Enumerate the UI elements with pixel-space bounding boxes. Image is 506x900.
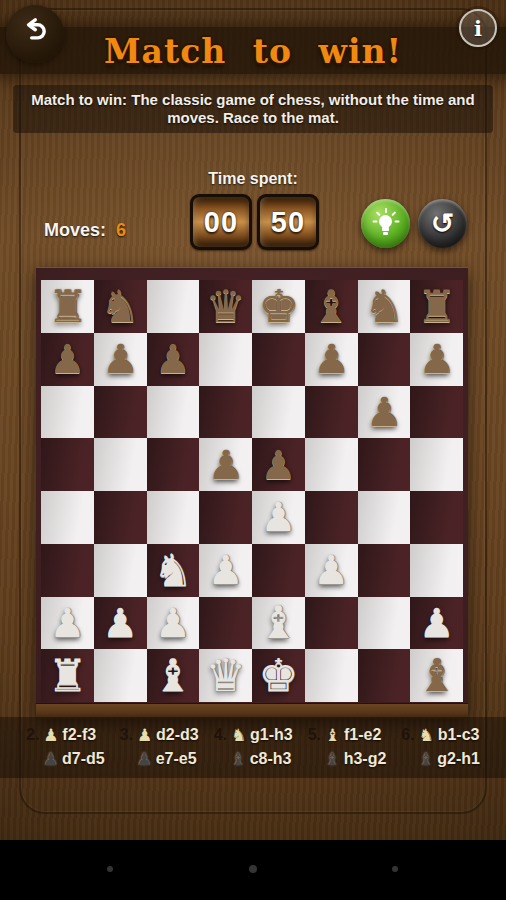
white-knight-icon: ♞ [417,727,436,744]
android-navbar [0,840,506,900]
black-pawn[interactable]: ♟ [155,339,191,379]
black-queen[interactable]: ♛ [205,284,245,329]
square-f5[interactable] [305,438,358,491]
white-queen[interactable]: ♛ [205,653,245,698]
square-f4[interactable] [305,491,358,544]
square-g3[interactable] [358,544,411,597]
board-grid: ♜♞♛♚♝♞♜♟♟♟♟♟♟♟♟♟♞♟♟♟♟♟♝♟♜♝♛♚♝ [41,280,463,702]
square-e5[interactable]: ♟ [252,438,305,491]
black-pawn[interactable]: ♟ [313,339,349,379]
square-e8[interactable]: ♚ [252,280,305,333]
white-move-text: b1-c3 [438,726,480,744]
square-h5[interactable] [410,438,463,491]
black-bishop-icon: ♝ [323,751,342,768]
nav-recents-dot[interactable] [392,866,398,872]
info-button[interactable]: i [459,9,497,47]
square-f3[interactable]: ♟ [305,544,358,597]
square-a8[interactable]: ♜ [41,280,94,333]
move-number: 4. [214,726,227,744]
white-pawn[interactable]: ♟ [208,550,244,590]
move-entry: 6.♞b1-c3♝g2-h1 [401,723,480,778]
info-icon: i [474,16,482,41]
time-seconds-value: 50 [271,206,305,239]
white-king[interactable]: ♚ [258,653,298,698]
square-f7[interactable]: ♟ [305,333,358,386]
black-rook[interactable]: ♜ [47,284,87,329]
move-entry: 3.♟d2-d3♟e7-e5 [120,723,199,778]
square-b4[interactable] [94,491,147,544]
black-move-text: e7-e5 [156,750,197,768]
square-h2[interactable]: ♟ [410,597,463,650]
white-pawn[interactable]: ♟ [260,497,296,537]
back-button[interactable] [6,5,64,63]
subtitle-band: Match to win: The classic game of chess,… [13,85,493,133]
square-e3[interactable] [252,544,305,597]
square-c8[interactable] [147,280,200,333]
square-e2[interactable]: ♝ [252,597,305,650]
square-g7[interactable] [358,333,411,386]
game-description: Match to win: The classic game of chess,… [16,91,490,128]
square-f6[interactable] [305,386,358,439]
white-rook[interactable]: ♜ [47,653,87,698]
black-move-text: c8-h3 [250,750,292,768]
black-move-text: h3-g2 [344,750,387,768]
square-c6[interactable] [147,386,200,439]
square-b6[interactable] [94,386,147,439]
square-a7[interactable]: ♟ [41,333,94,386]
square-c7[interactable]: ♟ [147,333,200,386]
move-entry: 2.♟f2-f3♟d7-d5 [26,723,105,778]
time-spent-label: Time spent: [0,170,506,188]
square-g2[interactable] [358,597,411,650]
square-c5[interactable] [147,438,200,491]
square-h6[interactable] [410,386,463,439]
square-c4[interactable] [147,491,200,544]
black-pawn[interactable]: ♟ [49,339,85,379]
white-pawn[interactable]: ♟ [419,603,455,643]
move-list: 2.♟f2-f3♟d7-d53.♟d2-d3♟e7-e54.♞g1-h3♝c8-… [0,717,506,778]
black-move-text: d7-d5 [62,750,105,768]
square-b8[interactable]: ♞ [94,280,147,333]
restart-button[interactable]: ↺ [418,199,467,248]
square-a5[interactable] [41,438,94,491]
black-knight[interactable]: ♞ [364,284,404,329]
black-rook[interactable]: ♜ [416,284,456,329]
square-b2[interactable]: ♟ [94,597,147,650]
black-pawn[interactable]: ♟ [102,339,138,379]
square-g5[interactable] [358,438,411,491]
white-bishop[interactable]: ♝ [258,600,298,645]
move-number: 5. [308,726,321,744]
square-a3[interactable] [41,544,94,597]
title-band: Match to win! [0,27,506,74]
square-e6[interactable] [252,386,305,439]
square-d3[interactable]: ♟ [199,544,252,597]
lightbulb-icon [373,210,399,237]
restart-icon: ↺ [431,207,454,240]
square-a4[interactable] [41,491,94,544]
square-h7[interactable]: ♟ [410,333,463,386]
white-pawn[interactable]: ♟ [102,603,138,643]
time-seconds-counter: 50 [257,194,319,250]
black-king[interactable]: ♚ [258,284,298,329]
square-e7[interactable] [252,333,305,386]
moves-label: Moves: [44,220,106,240]
time-minutes-counter: 00 [190,194,252,250]
nav-back-dot[interactable] [107,866,113,872]
square-f1[interactable] [305,649,358,702]
square-a2[interactable]: ♟ [41,597,94,650]
move-number: 6. [401,726,414,744]
square-e4[interactable]: ♟ [252,491,305,544]
black-bishop-icon: ♝ [416,751,435,768]
white-pawn[interactable]: ♟ [49,603,85,643]
white-knight[interactable]: ♞ [153,548,193,593]
black-pawn-icon: ♟ [41,751,60,768]
white-move-text: f1-e2 [344,726,381,744]
square-h1[interactable]: ♝ [410,649,463,702]
white-pawn-icon: ♟ [135,727,154,744]
black-bishop[interactable]: ♝ [311,284,351,329]
square-g1[interactable] [358,649,411,702]
square-c2[interactable]: ♟ [147,597,200,650]
move-number: 3. [120,726,133,744]
page-title: Match to win! [0,27,506,76]
chess-board: ♜♞♛♚♝♞♜♟♟♟♟♟♟♟♟♟♞♟♟♟♟♟♝♟♜♝♛♚♝ [36,267,468,719]
black-pawn[interactable]: ♟ [366,392,402,432]
square-g6[interactable]: ♟ [358,386,411,439]
black-knight[interactable]: ♞ [100,284,140,329]
black-pawn[interactable]: ♟ [419,339,455,379]
square-h4[interactable] [410,491,463,544]
square-g8[interactable]: ♞ [358,280,411,333]
square-c3[interactable]: ♞ [147,544,200,597]
square-h3[interactable] [410,544,463,597]
square-g4[interactable] [358,491,411,544]
white-move-text: d2-d3 [156,726,199,744]
square-b1[interactable] [94,649,147,702]
move-list-band: 2.♟f2-f3♟d7-d53.♟d2-d3♟e7-e54.♞g1-h3♝c8-… [0,717,506,778]
square-d2[interactable] [199,597,252,650]
square-a6[interactable] [41,386,94,439]
square-a1[interactable]: ♜ [41,649,94,702]
black-pawn[interactable]: ♟ [208,445,244,485]
black-pawn[interactable]: ♟ [260,445,296,485]
nav-home-dot[interactable] [249,865,257,873]
square-d1[interactable]: ♛ [199,649,252,702]
white-knight-icon: ♞ [229,727,248,744]
square-h8[interactable]: ♜ [410,280,463,333]
moves-value: 6 [116,220,126,240]
move-entry: 4.♞g1-h3♝c8-h3 [214,723,293,778]
time-minutes-value: 00 [204,206,238,239]
square-f2[interactable] [305,597,358,650]
square-b5[interactable] [94,438,147,491]
move-entry: 5.♝f1-e2♝h3-g2 [308,723,387,778]
move-number: 2. [26,726,39,744]
black-bishop[interactable]: ♝ [416,653,456,698]
white-pawn[interactable]: ♟ [313,550,349,590]
square-b3[interactable] [94,544,147,597]
white-move-text: g1-h3 [250,726,293,744]
white-pawn[interactable]: ♟ [155,603,191,643]
square-d4[interactable] [199,491,252,544]
app-background: Match to win! i Match to win: The classi… [0,0,506,900]
square-f8[interactable]: ♝ [305,280,358,333]
square-d7[interactable] [199,333,252,386]
black-pawn-icon: ♟ [135,751,154,768]
white-bishop-icon: ♝ [323,727,342,744]
white-move-text: f2-f3 [62,726,96,744]
square-e1[interactable]: ♚ [252,649,305,702]
black-bishop-icon: ♝ [229,751,248,768]
square-c1[interactable]: ♝ [147,649,200,702]
moves-counter: Moves:6 [44,220,126,241]
back-arrow-icon [19,16,51,52]
black-move-text: g2-h1 [437,750,480,768]
square-d8[interactable]: ♛ [199,280,252,333]
square-b7[interactable]: ♟ [94,333,147,386]
square-d6[interactable] [199,386,252,439]
white-pawn-icon: ♟ [41,727,60,744]
square-d5[interactable]: ♟ [199,438,252,491]
white-bishop[interactable]: ♝ [153,653,193,698]
hint-button[interactable] [361,199,410,248]
